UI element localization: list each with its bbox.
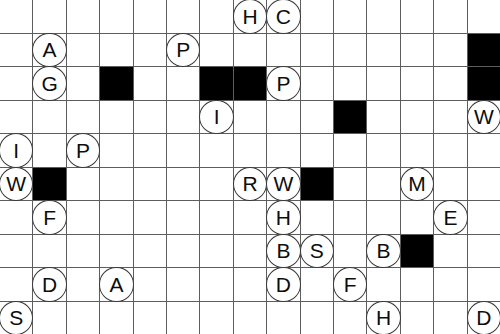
- cell-r7-c3[interactable]: [100, 235, 132, 268]
- crossword-board: HCAPGPIWIPWRWMFHEBSBDADFSHD: [0, 0, 500, 334]
- cell-r9-c12[interactable]: [401, 302, 433, 334]
- cell-r3-c1[interactable]: [33, 101, 65, 134]
- cell-r9-c6[interactable]: [200, 302, 232, 334]
- cell-r7-c11[interactable]: B: [367, 235, 399, 268]
- cell-r3-c8[interactable]: [267, 101, 299, 134]
- cell-letter: B: [366, 234, 400, 269]
- cell-r5-c11[interactable]: [367, 168, 399, 201]
- cell-r8-c0[interactable]: [0, 268, 32, 301]
- cell-r2-c8[interactable]: P: [267, 67, 299, 100]
- black-cell-r7-c12: [401, 235, 433, 268]
- cell-r3-c7[interactable]: [234, 101, 266, 134]
- cell-letter: G: [32, 66, 66, 101]
- cell-r2-c0[interactable]: [0, 67, 32, 100]
- cell-r6-c2[interactable]: [67, 201, 99, 234]
- cell-r0-c10[interactable]: [334, 0, 366, 33]
- cell-r3-c9[interactable]: [301, 101, 333, 134]
- cell-r6-c11[interactable]: [367, 201, 399, 234]
- cell-r0-c12[interactable]: [401, 0, 433, 33]
- black-cell-r2-c6: [200, 67, 232, 100]
- cell-r7-c6[interactable]: [200, 235, 232, 268]
- cell-r6-c7[interactable]: [234, 201, 266, 234]
- cell-r0-c4[interactable]: [134, 0, 166, 33]
- cell-r8-c1[interactable]: D: [33, 268, 65, 301]
- cell-letter: A: [99, 267, 133, 302]
- cell-letter: P: [166, 33, 200, 68]
- cell-r5-c8[interactable]: W: [267, 168, 299, 201]
- cell-r4-c7[interactable]: [234, 134, 266, 167]
- cell-r1-c6[interactable]: [200, 34, 232, 67]
- cell-r3-c12[interactable]: [401, 101, 433, 134]
- cell-r8-c13[interactable]: [434, 268, 466, 301]
- cell-letter: C: [266, 0, 300, 34]
- cell-letter: S: [0, 301, 33, 334]
- cell-r5-c6[interactable]: [200, 168, 232, 201]
- cell-r6-c12[interactable]: [401, 201, 433, 234]
- cell-r6-c3[interactable]: [100, 201, 132, 234]
- cell-r7-c5[interactable]: [167, 235, 199, 268]
- cell-r4-c4[interactable]: [134, 134, 166, 167]
- cell-r8-c12[interactable]: [401, 268, 433, 301]
- cell-r6-c1[interactable]: F: [33, 201, 65, 234]
- cell-r6-c13[interactable]: E: [434, 201, 466, 234]
- black-cell-r5-c9: [301, 168, 333, 201]
- cell-r8-c14[interactable]: [468, 268, 500, 301]
- cell-letter: E: [433, 200, 467, 235]
- cell-r4-c2[interactable]: P: [67, 134, 99, 167]
- cell-letter: D: [32, 267, 66, 302]
- cell-r5-c2[interactable]: [67, 168, 99, 201]
- cell-r0-c8[interactable]: C: [267, 0, 299, 33]
- cell-r2-c10[interactable]: [334, 67, 366, 100]
- cell-r9-c8[interactable]: [267, 302, 299, 334]
- cell-letter: P: [266, 66, 300, 101]
- cell-r1-c11[interactable]: [367, 34, 399, 67]
- cell-r3-c6[interactable]: I: [200, 101, 232, 134]
- cell-r6-c6[interactable]: [200, 201, 232, 234]
- cell-r3-c5[interactable]: [167, 101, 199, 134]
- cell-r9-c4[interactable]: [134, 302, 166, 334]
- cell-r1-c8[interactable]: [267, 34, 299, 67]
- cell-r0-c0[interactable]: [0, 0, 32, 33]
- black-cell-r5-c1: [33, 168, 65, 201]
- cell-r4-c13[interactable]: [434, 134, 466, 167]
- cell-r6-c9[interactable]: [301, 201, 333, 234]
- cell-r1-c7[interactable]: [234, 34, 266, 67]
- cell-r0-c7[interactable]: H: [234, 0, 266, 33]
- cell-r1-c12[interactable]: [401, 34, 433, 67]
- cell-r8-c10[interactable]: F: [334, 268, 366, 301]
- cell-r8-c11[interactable]: [367, 268, 399, 301]
- cell-r4-c3[interactable]: [100, 134, 132, 167]
- cell-r2-c1[interactable]: G: [33, 67, 65, 100]
- cell-letter: F: [333, 267, 367, 302]
- cell-letter: B: [266, 234, 300, 269]
- cell-r0-c3[interactable]: [100, 0, 132, 33]
- cell-r9-c11[interactable]: H: [367, 302, 399, 334]
- cell-r8-c8[interactable]: D: [267, 268, 299, 301]
- cell-r2-c13[interactable]: [434, 67, 466, 100]
- cell-r4-c12[interactable]: [401, 134, 433, 167]
- cell-r5-c7[interactable]: R: [234, 168, 266, 201]
- cell-r1-c10[interactable]: [334, 34, 366, 67]
- cell-r4-c14[interactable]: [468, 134, 500, 167]
- cell-r3-c2[interactable]: [67, 101, 99, 134]
- cell-r3-c0[interactable]: [0, 101, 32, 134]
- cell-letter: D: [266, 267, 300, 302]
- cell-letter: H: [266, 200, 300, 235]
- cell-r2-c9[interactable]: [301, 67, 333, 100]
- cell-r0-c6[interactable]: [200, 0, 232, 33]
- cell-r4-c8[interactable]: [267, 134, 299, 167]
- cell-r9-c9[interactable]: [301, 302, 333, 334]
- cell-r2-c11[interactable]: [367, 67, 399, 100]
- cell-r5-c5[interactable]: [167, 168, 199, 201]
- cell-r6-c5[interactable]: [167, 201, 199, 234]
- cell-r8-c3[interactable]: A: [100, 268, 132, 301]
- cell-letter: I: [199, 100, 233, 135]
- cell-r6-c4[interactable]: [134, 201, 166, 234]
- cell-r6-c14[interactable]: [468, 201, 500, 234]
- black-cell-r3-c10: [334, 101, 366, 134]
- cell-letter: D: [467, 301, 500, 334]
- cell-r4-c1[interactable]: [33, 134, 65, 167]
- cell-r7-c14[interactable]: [468, 235, 500, 268]
- cell-r9-c0[interactable]: S: [0, 302, 32, 334]
- cell-r3-c4[interactable]: [134, 101, 166, 134]
- cell-letter: W: [0, 167, 33, 202]
- cell-r5-c3[interactable]: [100, 168, 132, 201]
- cell-r3-c3[interactable]: [100, 101, 132, 134]
- cell-letter: F: [32, 200, 66, 235]
- cell-r5-c0[interactable]: W: [0, 168, 32, 201]
- cell-r2-c5[interactable]: [167, 67, 199, 100]
- cell-r7-c9[interactable]: S: [301, 235, 333, 268]
- cell-r9-c1[interactable]: [33, 302, 65, 334]
- cell-r4-c5[interactable]: [167, 134, 199, 167]
- cell-r0-c11[interactable]: [367, 0, 399, 33]
- cell-r2-c12[interactable]: [401, 67, 433, 100]
- cell-r7-c13[interactable]: [434, 235, 466, 268]
- cell-letter: I: [0, 133, 33, 168]
- cell-r5-c14[interactable]: [468, 168, 500, 201]
- cell-r0-c2[interactable]: [67, 0, 99, 33]
- cell-r7-c7[interactable]: [234, 235, 266, 268]
- cell-r1-c1[interactable]: A: [33, 34, 65, 67]
- cell-r6-c0[interactable]: [0, 201, 32, 234]
- cell-r1-c2[interactable]: [67, 34, 99, 67]
- black-cell-r2-c3: [100, 67, 132, 100]
- cell-r9-c7[interactable]: [234, 302, 266, 334]
- cell-r9-c14[interactable]: D: [468, 302, 500, 334]
- cell-r1-c4[interactable]: [134, 34, 166, 67]
- cell-r8-c6[interactable]: [200, 268, 232, 301]
- cell-letter: M: [400, 167, 434, 202]
- cell-r3-c14[interactable]: W: [468, 101, 500, 134]
- cell-r6-c10[interactable]: [334, 201, 366, 234]
- black-cell-r2-c7: [234, 67, 266, 100]
- cell-r9-c5[interactable]: [167, 302, 199, 334]
- cell-letter: W: [266, 167, 300, 202]
- cell-letter: H: [233, 0, 267, 34]
- cell-r4-c0[interactable]: I: [0, 134, 32, 167]
- cell-r5-c10[interactable]: [334, 168, 366, 201]
- cell-r1-c0[interactable]: [0, 34, 32, 67]
- cell-r4-c9[interactable]: [301, 134, 333, 167]
- cell-r4-c11[interactable]: [367, 134, 399, 167]
- cell-r4-c6[interactable]: [200, 134, 232, 167]
- cell-r2-c2[interactable]: [67, 67, 99, 100]
- cell-r7-c0[interactable]: [0, 235, 32, 268]
- cell-r0-c1[interactable]: [33, 0, 65, 33]
- cell-r5-c4[interactable]: [134, 168, 166, 201]
- cell-r7-c10[interactable]: [334, 235, 366, 268]
- black-cell-r2-c14: [468, 67, 500, 100]
- cell-r1-c13[interactable]: [434, 34, 466, 67]
- cell-letter: S: [300, 234, 334, 269]
- cell-r0-c14[interactable]: [468, 0, 500, 33]
- cell-letter: R: [233, 167, 267, 202]
- cell-r1-c3[interactable]: [100, 34, 132, 67]
- cell-r8-c4[interactable]: [134, 268, 166, 301]
- cell-r0-c5[interactable]: [167, 0, 199, 33]
- cell-r5-c12[interactable]: M: [401, 168, 433, 201]
- cell-r4-c10[interactable]: [334, 134, 366, 167]
- cell-letter: H: [366, 301, 400, 334]
- cell-letter: A: [32, 33, 66, 68]
- cell-r7-c8[interactable]: B: [267, 235, 299, 268]
- cell-r8-c2[interactable]: [67, 268, 99, 301]
- cell-r7-c1[interactable]: [33, 235, 65, 268]
- cell-r6-c8[interactable]: H: [267, 201, 299, 234]
- cell-r9-c3[interactable]: [100, 302, 132, 334]
- cell-r9-c13[interactable]: [434, 302, 466, 334]
- cell-r3-c11[interactable]: [367, 101, 399, 134]
- cell-letter: W: [467, 100, 500, 135]
- cell-r7-c2[interactable]: [67, 235, 99, 268]
- cell-r5-c13[interactable]: [434, 168, 466, 201]
- cell-r2-c4[interactable]: [134, 67, 166, 100]
- cell-r9-c2[interactable]: [67, 302, 99, 334]
- cell-r8-c5[interactable]: [167, 268, 199, 301]
- cell-r8-c9[interactable]: [301, 268, 333, 301]
- cell-r1-c9[interactable]: [301, 34, 333, 67]
- cell-r8-c7[interactable]: [234, 268, 266, 301]
- cell-r1-c5[interactable]: P: [167, 34, 199, 67]
- cell-r3-c13[interactable]: [434, 101, 466, 134]
- cell-r0-c13[interactable]: [434, 0, 466, 33]
- black-cell-r1-c14: [468, 34, 500, 67]
- cell-letter: P: [66, 133, 100, 168]
- cell-r0-c9[interactable]: [301, 0, 333, 33]
- cell-r9-c10[interactable]: [334, 302, 366, 334]
- cell-r7-c4[interactable]: [134, 235, 166, 268]
